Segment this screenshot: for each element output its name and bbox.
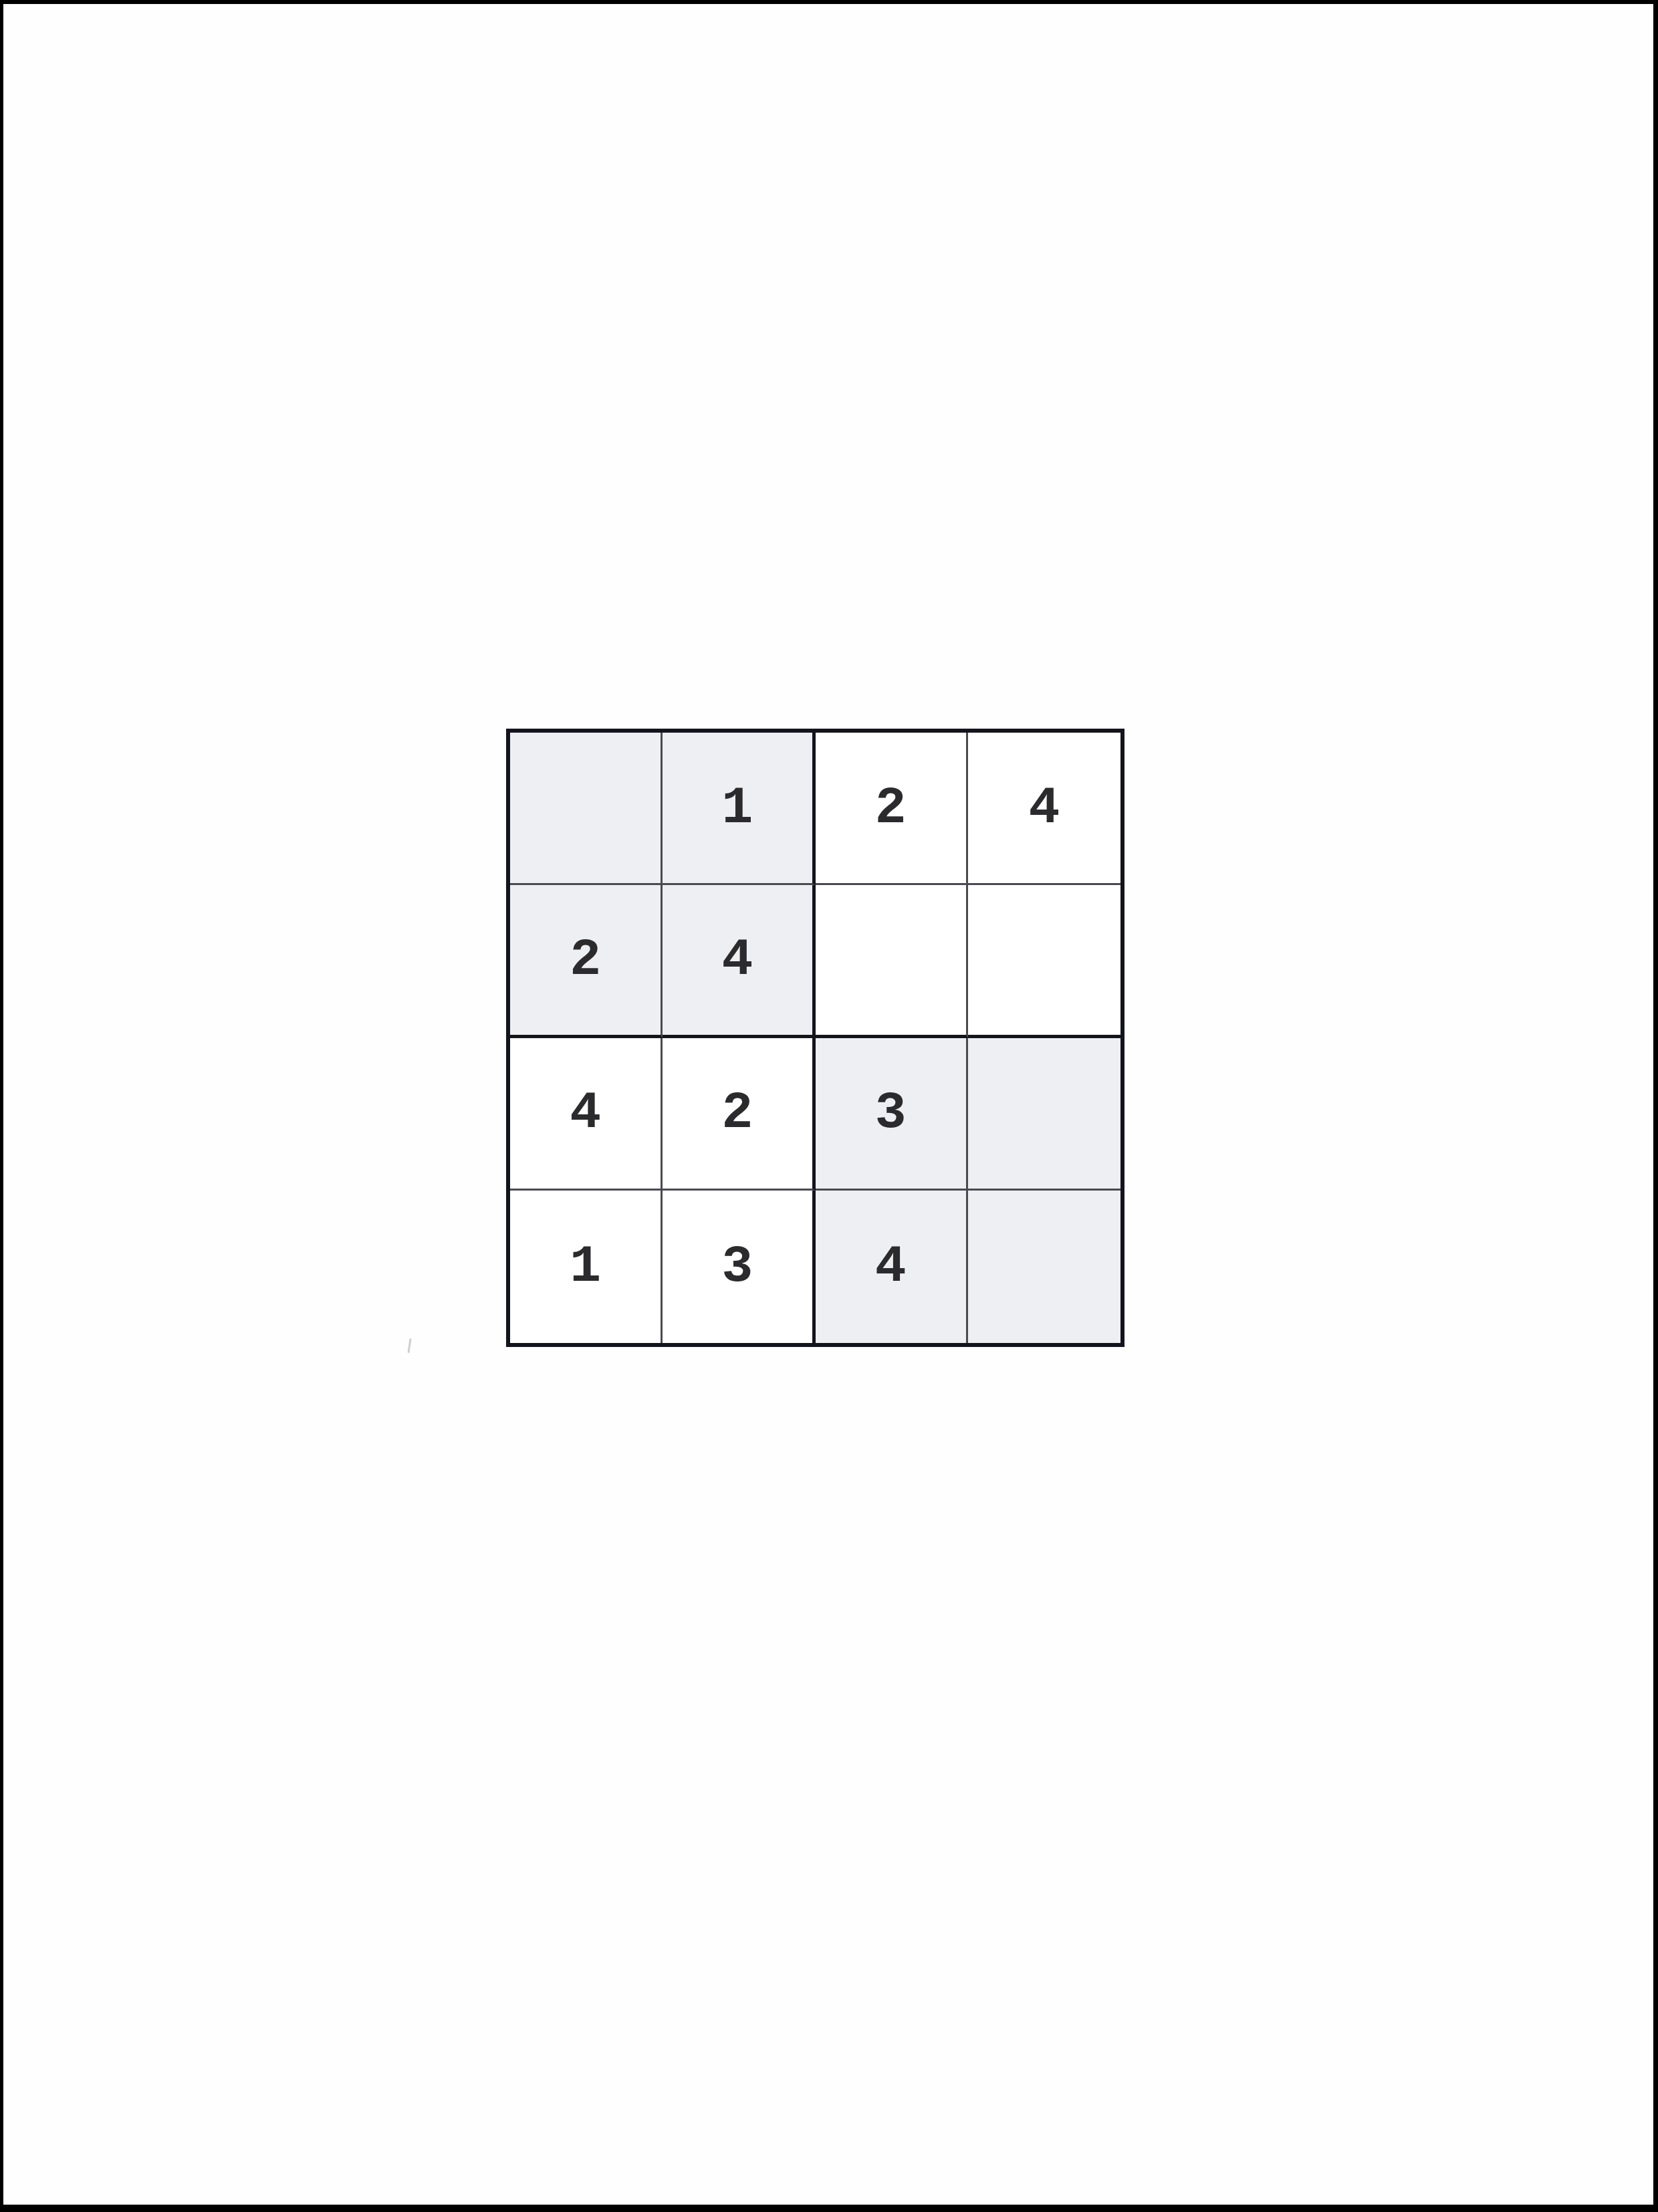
sudoku-cell-r2c4[interactable] bbox=[968, 885, 1120, 1037]
sudoku-cell-r2c2[interactable]: 4 bbox=[663, 885, 815, 1037]
sudoku-cell-r2c1[interactable]: 2 bbox=[510, 885, 663, 1037]
sudoku-cell-r2c3[interactable] bbox=[816, 885, 968, 1037]
sudoku-cell-r4c3[interactable]: 4 bbox=[816, 1191, 968, 1343]
sudoku-cell-r3c1[interactable]: 4 bbox=[510, 1038, 663, 1191]
scan-speckle bbox=[407, 1338, 411, 1353]
puzzle-sheet: 1 2 4 2 4 4 2 3 1 3 4 bbox=[0, 0, 1658, 2212]
sudoku-cell-r4c1[interactable]: 1 bbox=[510, 1191, 663, 1343]
sudoku-cell-r1c1[interactable] bbox=[510, 733, 663, 885]
sudoku-board: 1 2 4 2 4 4 2 3 1 3 4 bbox=[506, 729, 1124, 1347]
sudoku-cell-r4c4[interactable] bbox=[968, 1191, 1120, 1343]
sudoku-cell-r3c4[interactable] bbox=[968, 1038, 1120, 1191]
sudoku-cell-r1c2[interactable]: 1 bbox=[663, 733, 815, 885]
sudoku-cell-r3c3[interactable]: 3 bbox=[816, 1038, 968, 1191]
sudoku-cell-r3c2[interactable]: 2 bbox=[663, 1038, 815, 1191]
sudoku-cell-r1c3[interactable]: 2 bbox=[816, 733, 968, 885]
sudoku-cell-r4c2[interactable]: 3 bbox=[663, 1191, 815, 1343]
sudoku-cell-r1c4[interactable]: 4 bbox=[968, 733, 1120, 885]
